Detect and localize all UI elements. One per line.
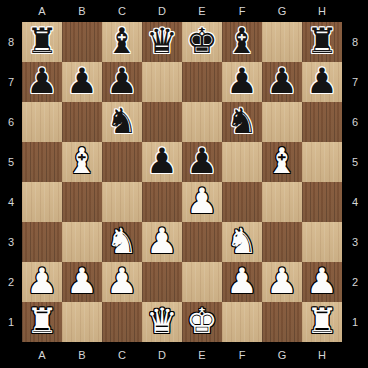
rank-label-right-8: 8: [342, 22, 368, 62]
piece-white-bishop: ♝: [66, 141, 97, 181]
rank-label-left-2: 2: [0, 262, 22, 302]
piece-white-pawn: ♟: [26, 261, 57, 301]
square-h6[interactable]: [302, 102, 342, 142]
rank-label-left-8: 8: [0, 22, 22, 62]
square-h4[interactable]: [302, 182, 342, 222]
piece-white-pawn: ♟: [306, 261, 337, 301]
piece-black-king: ♚: [186, 21, 217, 61]
square-g3[interactable]: [262, 222, 302, 262]
square-b7[interactable]: ♟: [62, 62, 102, 102]
square-a6[interactable]: [22, 102, 62, 142]
square-d8[interactable]: ♛: [142, 22, 182, 62]
piece-white-rook: ♜: [306, 301, 337, 341]
square-c6[interactable]: ♞: [102, 102, 142, 142]
file-label-bottom-g: G: [262, 342, 302, 368]
piece-black-pawn: ♟: [146, 141, 177, 181]
square-h2[interactable]: ♟: [302, 262, 342, 302]
square-a7[interactable]: ♟: [22, 62, 62, 102]
rank-label-left-4: 4: [0, 182, 22, 222]
square-f2[interactable]: ♟: [222, 262, 262, 302]
square-c3[interactable]: ♞: [102, 222, 142, 262]
piece-black-bishop: ♝: [106, 21, 137, 61]
square-h8[interactable]: ♜: [302, 22, 342, 62]
piece-black-rook: ♜: [26, 21, 57, 61]
piece-black-pawn: ♟: [186, 141, 217, 181]
square-d6[interactable]: [142, 102, 182, 142]
square-f7[interactable]: ♟: [222, 62, 262, 102]
piece-white-knight: ♞: [106, 221, 137, 261]
piece-black-pawn: ♟: [266, 61, 297, 101]
square-f5[interactable]: [222, 142, 262, 182]
square-b3[interactable]: [62, 222, 102, 262]
square-e1[interactable]: ♚: [182, 302, 222, 342]
file-labels-top: ABCDEFGH: [22, 0, 342, 22]
rank-label-right-3: 3: [342, 222, 368, 262]
file-label-top-h: H: [302, 0, 342, 22]
file-label-bottom-a: A: [22, 342, 62, 368]
square-f4[interactable]: [222, 182, 262, 222]
square-b6[interactable]: [62, 102, 102, 142]
piece-black-rook: ♜: [306, 21, 337, 61]
square-g7[interactable]: ♟: [262, 62, 302, 102]
piece-black-pawn: ♟: [226, 61, 257, 101]
file-label-bottom-c: C: [102, 342, 142, 368]
square-b5[interactable]: ♝: [62, 142, 102, 182]
square-e8[interactable]: ♚: [182, 22, 222, 62]
piece-black-bishop: ♝: [226, 21, 257, 61]
square-e7[interactable]: [182, 62, 222, 102]
rank-label-right-4: 4: [342, 182, 368, 222]
piece-black-pawn: ♟: [26, 61, 57, 101]
file-label-top-e: E: [182, 0, 222, 22]
file-labels-bottom: ABCDEFGH: [22, 342, 342, 368]
chess-board: ♜♝♛♚♝♜♟♟♟♟♟♟♞♞♝♟♟♝♟♞♟♞♟♟♟♟♟♟♜♛♚♜: [22, 22, 342, 342]
square-g6[interactable]: [262, 102, 302, 142]
square-a8[interactable]: ♜: [22, 22, 62, 62]
square-d7[interactable]: [142, 62, 182, 102]
piece-black-pawn: ♟: [106, 61, 137, 101]
square-d5[interactable]: ♟: [142, 142, 182, 182]
square-d2[interactable]: [142, 262, 182, 302]
square-c1[interactable]: [102, 302, 142, 342]
rank-label-left-5: 5: [0, 142, 22, 182]
rank-label-left-7: 7: [0, 62, 22, 102]
rank-label-left-6: 6: [0, 102, 22, 142]
piece-white-bishop: ♝: [266, 141, 297, 181]
piece-white-pawn: ♟: [266, 261, 297, 301]
square-f6[interactable]: ♞: [222, 102, 262, 142]
square-h1[interactable]: ♜: [302, 302, 342, 342]
file-label-top-a: A: [22, 0, 62, 22]
square-e2[interactable]: [182, 262, 222, 302]
square-h3[interactable]: [302, 222, 342, 262]
rank-label-left-1: 1: [0, 302, 22, 342]
square-d3[interactable]: ♟: [142, 222, 182, 262]
square-e6[interactable]: [182, 102, 222, 142]
piece-white-pawn: ♟: [186, 181, 217, 221]
square-b2[interactable]: ♟: [62, 262, 102, 302]
file-label-top-g: G: [262, 0, 302, 22]
piece-white-queen: ♛: [146, 301, 177, 341]
file-label-bottom-f: F: [222, 342, 262, 368]
rank-label-right-1: 1: [342, 302, 368, 342]
square-d1[interactable]: ♛: [142, 302, 182, 342]
square-g5[interactable]: ♝: [262, 142, 302, 182]
piece-black-knight: ♞: [226, 101, 257, 141]
rank-label-right-5: 5: [342, 142, 368, 182]
square-e4[interactable]: ♟: [182, 182, 222, 222]
piece-black-pawn: ♟: [306, 61, 337, 101]
piece-white-rook: ♜: [26, 301, 57, 341]
square-f8[interactable]: ♝: [222, 22, 262, 62]
piece-white-pawn: ♟: [106, 261, 137, 301]
square-a2[interactable]: ♟: [22, 262, 62, 302]
file-label-top-c: C: [102, 0, 142, 22]
square-c4[interactable]: [102, 182, 142, 222]
square-a3[interactable]: [22, 222, 62, 262]
rank-label-right-2: 2: [342, 262, 368, 302]
piece-white-pawn: ♟: [226, 261, 257, 301]
piece-white-king: ♚: [186, 301, 217, 341]
square-e3[interactable]: [182, 222, 222, 262]
rank-label-right-6: 6: [342, 102, 368, 142]
file-label-top-d: D: [142, 0, 182, 22]
square-a4[interactable]: [22, 182, 62, 222]
square-g8[interactable]: [262, 22, 302, 62]
square-h7[interactable]: ♟: [302, 62, 342, 102]
file-label-bottom-e: E: [182, 342, 222, 368]
square-a5[interactable]: [22, 142, 62, 182]
rank-labels-right: 87654321: [342, 22, 368, 342]
square-c7[interactable]: ♟: [102, 62, 142, 102]
file-label-bottom-h: H: [302, 342, 342, 368]
square-d4[interactable]: [142, 182, 182, 222]
square-c5[interactable]: [102, 142, 142, 182]
square-h5[interactable]: [302, 142, 342, 182]
piece-white-knight: ♞: [226, 221, 257, 261]
piece-black-queen: ♛: [146, 21, 177, 61]
file-label-bottom-b: B: [62, 342, 102, 368]
rank-label-right-7: 7: [342, 62, 368, 102]
square-g2[interactable]: ♟: [262, 262, 302, 302]
file-label-top-f: F: [222, 0, 262, 22]
piece-white-pawn: ♟: [66, 261, 97, 301]
piece-black-pawn: ♟: [66, 61, 97, 101]
rank-label-left-3: 3: [0, 222, 22, 262]
square-c2[interactable]: ♟: [102, 262, 142, 302]
square-a1[interactable]: ♜: [22, 302, 62, 342]
square-g4[interactable]: [262, 182, 302, 222]
piece-white-pawn: ♟: [146, 221, 177, 261]
square-c8[interactable]: ♝: [102, 22, 142, 62]
square-f1[interactable]: [222, 302, 262, 342]
square-b8[interactable]: [62, 22, 102, 62]
square-b1[interactable]: [62, 302, 102, 342]
square-b4[interactable]: [62, 182, 102, 222]
file-label-bottom-d: D: [142, 342, 182, 368]
piece-black-knight: ♞: [106, 101, 137, 141]
square-f3[interactable]: ♞: [222, 222, 262, 262]
square-e5[interactable]: ♟: [182, 142, 222, 182]
square-g1[interactable]: [262, 302, 302, 342]
rank-labels-left: 87654321: [0, 22, 22, 342]
file-label-top-b: B: [62, 0, 102, 22]
